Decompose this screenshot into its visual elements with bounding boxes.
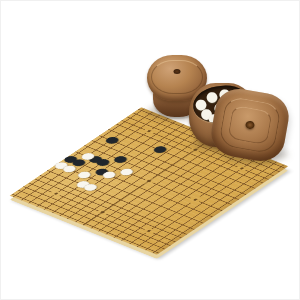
lid-knob — [174, 69, 181, 74]
star-point — [147, 230, 152, 233]
star-point — [54, 192, 59, 195]
star-point — [146, 130, 151, 133]
star-point — [239, 167, 244, 170]
star-point — [193, 149, 198, 152]
star-point — [147, 180, 152, 183]
star-point — [100, 211, 105, 214]
star-point — [193, 198, 198, 201]
product-photo: ●●●●●●●●●●●●●●●● ●●●●●●●● — [0, 0, 300, 300]
